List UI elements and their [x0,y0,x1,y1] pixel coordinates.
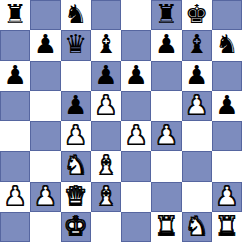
square-f2[interactable] [151,182,181,212]
black-rook-piece[interactable]: ♜ [3,1,26,27]
square-d3[interactable]: ♝ [91,151,121,181]
square-d7[interactable]: ♝ [91,30,121,60]
square-e3[interactable] [121,151,151,181]
white-rook-piece[interactable]: ♜ [215,213,238,239]
white-pawn-piece[interactable]: ♟ [34,183,57,209]
square-f1[interactable]: ♜ [151,212,181,242]
square-b5[interactable] [30,91,60,121]
square-e5[interactable] [121,91,151,121]
chess-board-container: ♜♞♜♚♟♛♝♟♝♞♟♟♟♟♟♟♟♟♟♟♟♞♝♟♟♛♝♟♚♜♞♜ [0,0,242,242]
white-pawn-piece[interactable]: ♟ [155,122,178,148]
white-bishop-piece[interactable]: ♝ [94,183,117,209]
square-d5[interactable]: ♟ [91,91,121,121]
square-e8[interactable] [121,0,151,30]
white-queen-piece[interactable]: ♛ [64,183,87,209]
black-queen-piece[interactable]: ♛ [64,31,87,57]
black-king-piece[interactable]: ♚ [185,1,208,27]
black-bishop-piece[interactable]: ♝ [185,31,208,57]
white-knight-piece[interactable]: ♞ [64,152,87,178]
square-b2[interactable]: ♟ [30,182,60,212]
black-knight-piece[interactable]: ♞ [64,1,87,27]
white-pawn-piece[interactable]: ♟ [215,183,238,209]
square-e6[interactable]: ♟ [121,61,151,91]
square-h8[interactable] [212,0,242,30]
square-h1[interactable]: ♜ [212,212,242,242]
square-h2[interactable]: ♟ [212,182,242,212]
square-a6[interactable]: ♟ [0,61,30,91]
square-d4[interactable] [91,121,121,151]
square-a4[interactable] [0,121,30,151]
square-c6[interactable] [61,61,91,91]
square-a1[interactable] [0,212,30,242]
white-knight-piece[interactable]: ♞ [185,213,208,239]
white-pawn-piece[interactable]: ♟ [94,92,117,118]
black-pawn-piece[interactable]: ♟ [64,92,87,118]
square-d8[interactable] [91,0,121,30]
square-e4[interactable]: ♟ [121,121,151,151]
square-c2[interactable]: ♛ [61,182,91,212]
square-f8[interactable]: ♜ [151,0,181,30]
square-c1[interactable]: ♚ [61,212,91,242]
square-b1[interactable] [30,212,60,242]
square-d1[interactable] [91,212,121,242]
square-c3[interactable]: ♞ [61,151,91,181]
square-d2[interactable]: ♝ [91,182,121,212]
square-g4[interactable] [182,121,212,151]
square-c7[interactable]: ♛ [61,30,91,60]
black-pawn-piece[interactable]: ♟ [3,62,26,88]
square-a2[interactable]: ♟ [0,182,30,212]
square-b3[interactable] [30,151,60,181]
square-b6[interactable] [30,61,60,91]
square-g1[interactable]: ♞ [182,212,212,242]
square-h7[interactable]: ♞ [212,30,242,60]
white-bishop-piece[interactable]: ♝ [94,152,117,178]
white-pawn-piece[interactable]: ♟ [124,122,147,148]
square-f5[interactable] [151,91,181,121]
square-g7[interactable]: ♝ [182,30,212,60]
square-e1[interactable] [121,212,151,242]
black-knight-piece[interactable]: ♞ [215,31,238,57]
black-pawn-piece[interactable]: ♟ [185,62,208,88]
square-h5[interactable]: ♟ [212,91,242,121]
square-g5[interactable]: ♟ [182,91,212,121]
square-c8[interactable]: ♞ [61,0,91,30]
black-bishop-piece[interactable]: ♝ [94,31,117,57]
black-pawn-piece[interactable]: ♟ [124,62,147,88]
black-pawn-piece[interactable]: ♟ [94,62,117,88]
square-h4[interactable] [212,121,242,151]
square-b8[interactable] [30,0,60,30]
square-b7[interactable]: ♟ [30,30,60,60]
square-f6[interactable] [151,61,181,91]
square-g3[interactable] [182,151,212,181]
square-f3[interactable] [151,151,181,181]
square-b4[interactable] [30,121,60,151]
black-rook-piece[interactable]: ♜ [155,1,178,27]
square-c5[interactable]: ♟ [61,91,91,121]
white-pawn-piece[interactable]: ♟ [185,92,208,118]
white-king-piece[interactable]: ♚ [64,213,87,239]
square-a3[interactable] [0,151,30,181]
square-a8[interactable]: ♜ [0,0,30,30]
square-d6[interactable]: ♟ [91,61,121,91]
black-pawn-piece[interactable]: ♟ [34,31,57,57]
square-g8[interactable]: ♚ [182,0,212,30]
square-f4[interactable]: ♟ [151,121,181,151]
black-pawn-piece[interactable]: ♟ [155,31,178,57]
square-h3[interactable] [212,151,242,181]
white-pawn-piece[interactable]: ♟ [3,183,26,209]
white-pawn-piece[interactable]: ♟ [64,122,87,148]
square-g2[interactable] [182,182,212,212]
square-e7[interactable] [121,30,151,60]
square-a5[interactable] [0,91,30,121]
square-g6[interactable]: ♟ [182,61,212,91]
square-e2[interactable] [121,182,151,212]
square-a7[interactable] [0,30,30,60]
chess-board: ♜♞♜♚♟♛♝♟♝♞♟♟♟♟♟♟♟♟♟♟♟♞♝♟♟♛♝♟♚♜♞♜ [0,0,242,242]
black-pawn-piece[interactable]: ♟ [215,92,238,118]
white-rook-piece[interactable]: ♜ [155,213,178,239]
square-f7[interactable]: ♟ [151,30,181,60]
square-h6[interactable] [212,61,242,91]
square-c4[interactable]: ♟ [61,121,91,151]
